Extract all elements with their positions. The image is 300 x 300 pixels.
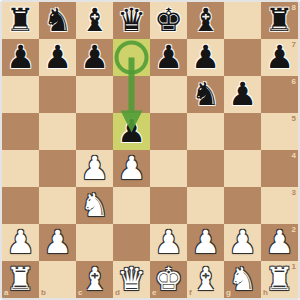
square-c5[interactable] xyxy=(76,113,113,150)
square-a4[interactable] xyxy=(2,150,39,187)
square-d5[interactable]: ♟ xyxy=(113,113,150,150)
square-e4[interactable] xyxy=(150,150,187,187)
piece-black-pawn[interactable]: ♟ xyxy=(191,39,220,76)
square-e6[interactable] xyxy=(150,76,187,113)
square-g6[interactable]: ♟ xyxy=(224,76,261,113)
square-d4[interactable]: ♟ xyxy=(113,150,150,187)
piece-black-rook[interactable]: ♜ xyxy=(6,2,35,39)
piece-white-king[interactable]: ♚ xyxy=(154,261,183,298)
square-a2[interactable]: ♟ xyxy=(2,224,39,261)
piece-white-pawn[interactable]: ♟ xyxy=(80,150,109,187)
square-g5[interactable] xyxy=(224,113,261,150)
square-e8[interactable]: ♚ xyxy=(150,2,187,39)
piece-black-king[interactable]: ♚ xyxy=(154,2,183,39)
piece-black-bishop[interactable]: ♝ xyxy=(191,2,220,39)
file-label-g: g xyxy=(226,289,231,297)
square-e1[interactable]: ♚e xyxy=(150,261,187,298)
square-b7[interactable]: ♟ xyxy=(39,39,76,76)
square-d6[interactable] xyxy=(113,76,150,113)
piece-white-rook[interactable]: ♜ xyxy=(6,261,35,298)
square-a7[interactable]: ♟ xyxy=(2,39,39,76)
rank-label-4: 4 xyxy=(292,152,296,160)
square-c4[interactable]: ♟ xyxy=(76,150,113,187)
piece-white-knight[interactable]: ♞ xyxy=(80,187,109,224)
square-e2[interactable]: ♟ xyxy=(150,224,187,261)
square-c8[interactable]: ♝ xyxy=(76,2,113,39)
square-h3[interactable]: 3 xyxy=(261,187,298,224)
file-label-a: a xyxy=(4,289,8,297)
piece-black-pawn[interactable]: ♟ xyxy=(80,39,109,76)
square-f2[interactable]: ♟ xyxy=(187,224,224,261)
square-b8[interactable]: ♞ xyxy=(39,2,76,39)
square-h4[interactable]: 4 xyxy=(261,150,298,187)
square-f8[interactable]: ♝ xyxy=(187,2,224,39)
square-c7[interactable]: ♟ xyxy=(76,39,113,76)
piece-white-bishop[interactable]: ♝ xyxy=(191,261,220,298)
square-d2[interactable] xyxy=(113,224,150,261)
square-f1[interactable]: ♝f xyxy=(187,261,224,298)
piece-black-pawn[interactable]: ♟ xyxy=(117,113,146,150)
rank-label-2: 2 xyxy=(292,226,296,234)
piece-white-knight[interactable]: ♞ xyxy=(228,261,257,298)
chess-board-frame: ♜♞♝♛♚♝♜8♟♟♟♟♟♟7♞♟6♟5♟♟4♞3♟♟♟♟♟♟2♜ab♝c♛d♚… xyxy=(0,0,300,300)
square-a3[interactable] xyxy=(2,187,39,224)
piece-white-pawn[interactable]: ♟ xyxy=(117,150,146,187)
piece-white-rook[interactable]: ♜ xyxy=(265,261,294,298)
square-b4[interactable] xyxy=(39,150,76,187)
square-f7[interactable]: ♟ xyxy=(187,39,224,76)
square-h5[interactable]: 5 xyxy=(261,113,298,150)
piece-white-pawn[interactable]: ♟ xyxy=(6,224,35,261)
square-d7[interactable] xyxy=(113,39,150,76)
square-h7[interactable]: ♟7 xyxy=(261,39,298,76)
square-g1[interactable]: ♞g xyxy=(224,261,261,298)
chess-board: ♜♞♝♛♚♝♜8♟♟♟♟♟♟7♞♟6♟5♟♟4♞3♟♟♟♟♟♟2♜ab♝c♛d♚… xyxy=(2,2,298,298)
square-e7[interactable]: ♟ xyxy=(150,39,187,76)
square-g7[interactable] xyxy=(224,39,261,76)
file-label-c: c xyxy=(78,289,82,297)
rank-label-7: 7 xyxy=(292,41,296,49)
square-c1[interactable]: ♝c xyxy=(76,261,113,298)
square-d1[interactable]: ♛d xyxy=(113,261,150,298)
piece-black-pawn[interactable]: ♟ xyxy=(228,76,257,113)
square-g8[interactable] xyxy=(224,2,261,39)
piece-white-pawn[interactable]: ♟ xyxy=(154,224,183,261)
file-label-h: h xyxy=(263,289,268,297)
piece-white-pawn[interactable]: ♟ xyxy=(43,224,72,261)
piece-black-pawn[interactable]: ♟ xyxy=(154,39,183,76)
square-c2[interactable] xyxy=(76,224,113,261)
piece-white-pawn[interactable]: ♟ xyxy=(228,224,257,261)
square-c6[interactable] xyxy=(76,76,113,113)
piece-black-pawn[interactable]: ♟ xyxy=(6,39,35,76)
piece-black-rook[interactable]: ♜ xyxy=(265,2,294,39)
square-f6[interactable]: ♞ xyxy=(187,76,224,113)
piece-white-queen[interactable]: ♛ xyxy=(117,261,146,298)
piece-black-knight[interactable]: ♞ xyxy=(191,76,220,113)
piece-black-pawn[interactable]: ♟ xyxy=(43,39,72,76)
square-h1[interactable]: ♜1h xyxy=(261,261,298,298)
square-g2[interactable]: ♟ xyxy=(224,224,261,261)
square-b2[interactable]: ♟ xyxy=(39,224,76,261)
square-a6[interactable] xyxy=(2,76,39,113)
square-b5[interactable] xyxy=(39,113,76,150)
square-f3[interactable] xyxy=(187,187,224,224)
square-b3[interactable] xyxy=(39,187,76,224)
file-label-e: e xyxy=(152,289,156,297)
square-c3[interactable]: ♞ xyxy=(76,187,113,224)
piece-white-pawn[interactable]: ♟ xyxy=(265,224,294,261)
square-d3[interactable] xyxy=(113,187,150,224)
square-a5[interactable] xyxy=(2,113,39,150)
rank-label-6: 6 xyxy=(292,78,296,86)
square-g3[interactable] xyxy=(224,187,261,224)
piece-black-pawn[interactable]: ♟ xyxy=(265,39,294,76)
square-d8[interactable]: ♛ xyxy=(113,2,150,39)
square-g4[interactable] xyxy=(224,150,261,187)
square-f5[interactable] xyxy=(187,113,224,150)
square-b1[interactable]: b xyxy=(39,261,76,298)
square-h6[interactable]: 6 xyxy=(261,76,298,113)
square-f4[interactable] xyxy=(187,150,224,187)
piece-white-pawn[interactable]: ♟ xyxy=(191,224,220,261)
file-label-d: d xyxy=(115,289,120,297)
piece-black-queen[interactable]: ♛ xyxy=(117,2,146,39)
rank-label-8: 8 xyxy=(292,4,296,12)
square-a1[interactable]: ♜a xyxy=(2,261,39,298)
piece-black-bishop[interactable]: ♝ xyxy=(80,2,109,39)
file-label-f: f xyxy=(189,289,192,297)
rank-label-1: 1 xyxy=(292,263,296,271)
piece-white-bishop[interactable]: ♝ xyxy=(80,261,109,298)
rank-label-3: 3 xyxy=(292,189,296,197)
square-h8[interactable]: ♜8 xyxy=(261,2,298,39)
piece-black-knight[interactable]: ♞ xyxy=(43,2,72,39)
square-h2[interactable]: ♟2 xyxy=(261,224,298,261)
square-e3[interactable] xyxy=(150,187,187,224)
rank-label-5: 5 xyxy=(292,115,296,123)
square-b6[interactable] xyxy=(39,76,76,113)
square-e5[interactable] xyxy=(150,113,187,150)
square-a8[interactable]: ♜ xyxy=(2,2,39,39)
file-label-b: b xyxy=(41,289,46,297)
